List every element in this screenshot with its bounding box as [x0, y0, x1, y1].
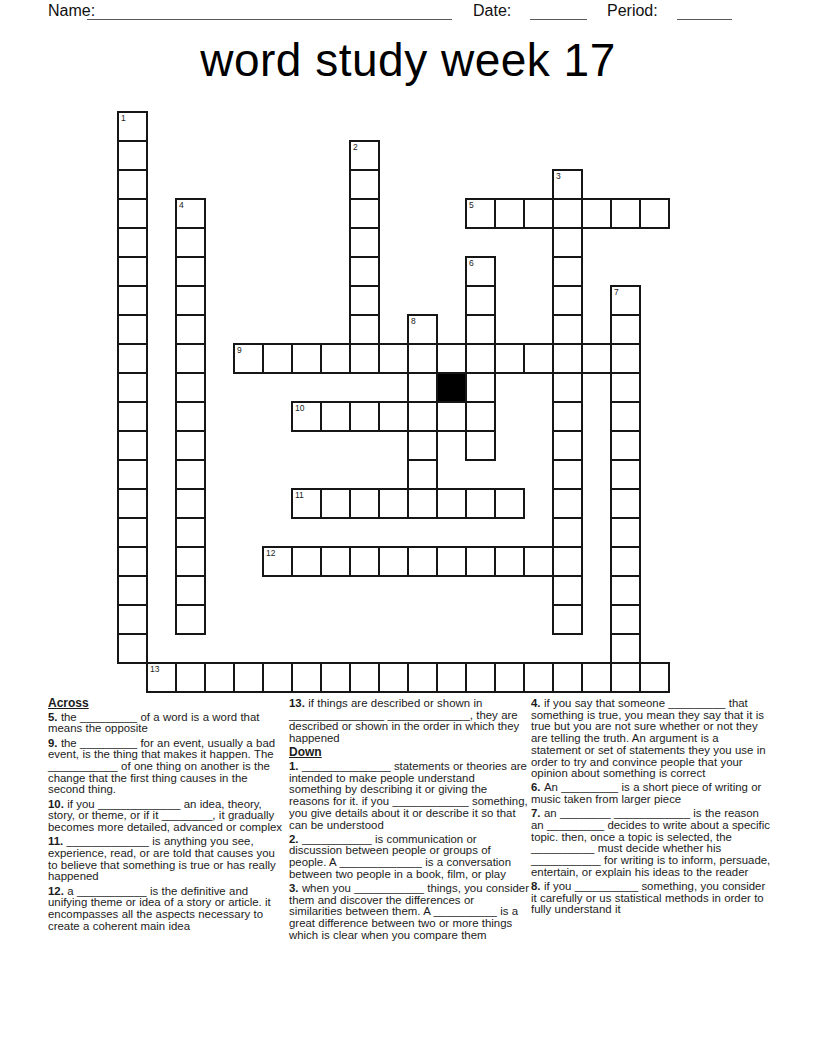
grid-cell[interactable] [407, 459, 438, 490]
grid-cell[interactable] [610, 430, 641, 461]
clue-number: 3 [556, 171, 561, 181]
clue-9-across: 9. the _________ for an event, usually a… [48, 738, 286, 797]
grid-cell[interactable] [262, 343, 293, 374]
grid-cell[interactable] [639, 662, 670, 693]
grid-cell[interactable] [436, 401, 467, 432]
grid-cell[interactable] [291, 343, 322, 374]
grid-cell[interactable] [175, 285, 206, 316]
grid-cell[interactable] [349, 256, 380, 287]
grid-cell[interactable] [523, 662, 554, 693]
grid-cell[interactable] [117, 198, 148, 229]
grid-cell[interactable] [378, 343, 409, 374]
clue-5-across: 5. the _________ of a word is a word tha… [48, 712, 286, 735]
grid-cell[interactable] [117, 140, 148, 171]
grid-cell-black [436, 372, 467, 403]
clue-number: 10 [295, 403, 304, 413]
grid-cell[interactable] [117, 488, 148, 519]
grid-cell[interactable] [204, 662, 235, 693]
grid-cell[interactable] [175, 343, 206, 374]
grid-cell[interactable]: 11 [291, 488, 322, 519]
grid-cell[interactable] [552, 401, 583, 432]
clue-number-label: 12. [48, 885, 67, 897]
clue-number: 11 [295, 490, 304, 500]
grid-cell[interactable] [349, 488, 380, 519]
grid-cell[interactable] [349, 546, 380, 577]
grid-cell[interactable]: 5 [465, 198, 496, 229]
clue-12-across: 12. a ___________ is the definitive and … [48, 886, 286, 933]
clue-number: 2 [353, 142, 358, 152]
grid-cell[interactable] [552, 517, 583, 548]
grid-cell[interactable] [175, 546, 206, 577]
clue-11-across: 11. _____________ is anything you see, e… [48, 836, 286, 883]
crossword-grid: 12345678910111213 [117, 111, 670, 693]
grid-cell[interactable] [552, 546, 583, 577]
grid-cell[interactable] [407, 662, 438, 693]
grid-cell[interactable] [494, 488, 525, 519]
grid-cell[interactable] [523, 546, 554, 577]
grid-cell[interactable] [465, 401, 496, 432]
grid-cell[interactable] [117, 314, 148, 345]
grid-cell[interactable] [494, 546, 525, 577]
grid-cell[interactable] [175, 256, 206, 287]
grid-cell[interactable] [581, 343, 612, 374]
grid-cell[interactable] [175, 517, 206, 548]
grid-cell[interactable] [117, 604, 148, 635]
grid-cell[interactable] [378, 662, 409, 693]
grid-cell[interactable] [436, 546, 467, 577]
across-heading: Across [48, 698, 286, 710]
grid-cell[interactable] [175, 314, 206, 345]
grid-cell[interactable] [117, 169, 148, 200]
grid-cell[interactable] [552, 430, 583, 461]
grid-cell[interactable] [349, 314, 380, 345]
grid-cell[interactable] [320, 662, 351, 693]
grid-cell[interactable] [349, 227, 380, 258]
grid-cell[interactable]: 8 [407, 314, 438, 345]
grid-cell[interactable] [320, 343, 351, 374]
clue-number-label: 9. [48, 737, 61, 749]
grid-cell[interactable]: 7 [610, 285, 641, 316]
grid-cell[interactable] [552, 198, 583, 229]
grid-cell[interactable] [552, 372, 583, 403]
clue-number-label: 8. [531, 880, 544, 892]
clue-number-label: 4. [531, 697, 544, 709]
grid-cell[interactable] [610, 633, 641, 664]
grid-cell[interactable] [552, 343, 583, 374]
grid-cell[interactable] [552, 488, 583, 519]
grid-cell[interactable] [262, 662, 293, 693]
clue-number: 8 [411, 316, 416, 326]
clue-number-label: 2. [289, 833, 302, 845]
clue-number-label: 11. [48, 835, 67, 847]
clue-number: 1 [121, 113, 126, 123]
clues-column-1: Across5. the _________ of a word is a wo… [48, 698, 286, 935]
period-blank-line [677, 2, 732, 20]
grid-cell[interactable] [349, 343, 380, 374]
grid-cell[interactable] [117, 633, 148, 664]
grid-cell[interactable] [378, 401, 409, 432]
grid-cell[interactable]: 3 [552, 169, 583, 200]
grid-cell[interactable] [117, 459, 148, 490]
grid-cell[interactable]: 1 [117, 111, 148, 142]
grid-cell[interactable] [552, 285, 583, 316]
grid-cell[interactable] [378, 488, 409, 519]
clue-number-label: 10. [48, 798, 67, 810]
grid-cell[interactable] [610, 604, 641, 635]
grid-cell[interactable] [465, 488, 496, 519]
grid-cell[interactable] [175, 488, 206, 519]
clues-column-3: 4. if you say that someone _________ tha… [531, 698, 771, 919]
grid-cell[interactable] [407, 430, 438, 461]
clue-13-across: 13. if things are described or shown in … [289, 698, 529, 745]
grid-cell[interactable] [465, 285, 496, 316]
grid-cell[interactable] [552, 256, 583, 287]
grid-cell[interactable] [320, 546, 351, 577]
grid-cell[interactable] [291, 662, 322, 693]
grid-cell[interactable] [233, 662, 264, 693]
grid-cell[interactable] [610, 546, 641, 577]
clue-number: 7 [614, 287, 619, 297]
grid-cell[interactable] [175, 227, 206, 258]
clue-number-label: 13. [289, 697, 308, 709]
grid-cell[interactable] [465, 662, 496, 693]
grid-cell[interactable] [610, 459, 641, 490]
grid-cell[interactable] [291, 546, 322, 577]
clue-6-down: 6. An _________ is a short piece of writ… [531, 782, 771, 805]
grid-cell[interactable] [610, 343, 641, 374]
grid-cell[interactable] [175, 662, 206, 693]
grid-cell[interactable] [494, 343, 525, 374]
grid-cell[interactable] [581, 198, 612, 229]
clue-number-label: 1. [289, 760, 302, 772]
grid-cell[interactable] [610, 575, 641, 606]
worksheet-title: word study week 17 [0, 33, 816, 87]
period-label: Period: [607, 2, 658, 20]
name-blank-line [87, 2, 452, 20]
grid-cell[interactable] [175, 430, 206, 461]
clue-1-down: 1. ______________ statements or theories… [289, 761, 529, 831]
grid-cell[interactable] [117, 343, 148, 374]
grid-cell[interactable] [117, 285, 148, 316]
grid-cell[interactable]: 12 [262, 546, 293, 577]
grid-cell[interactable] [465, 343, 496, 374]
clue-number: 4 [179, 200, 184, 210]
grid-cell[interactable] [436, 662, 467, 693]
clue-number: 9 [237, 345, 242, 355]
grid-cell[interactable] [117, 517, 148, 548]
grid-cell[interactable] [407, 372, 438, 403]
clue-number: 6 [469, 258, 474, 268]
grid-cell[interactable] [552, 459, 583, 490]
clue-2-down: 2. ___________ is communication or discu… [289, 834, 529, 881]
grid-cell[interactable]: 9 [233, 343, 264, 374]
grid-cell[interactable] [465, 430, 496, 461]
grid-cell[interactable] [465, 372, 496, 403]
grid-cell[interactable] [349, 401, 380, 432]
clue-7-down: 7. an ________ ____________ is the reaso… [531, 808, 771, 878]
grid-cell[interactable] [610, 488, 641, 519]
grid-cell[interactable] [610, 401, 641, 432]
grid-cell[interactable] [610, 198, 641, 229]
grid-cell[interactable] [320, 401, 351, 432]
grid-cell[interactable] [436, 343, 467, 374]
grid-cell[interactable] [349, 169, 380, 200]
clue-number-label: 7. [531, 807, 544, 819]
grid-cell[interactable] [436, 488, 467, 519]
grid-cell[interactable] [117, 227, 148, 258]
grid-cell[interactable] [175, 372, 206, 403]
grid-cell[interactable] [349, 285, 380, 316]
clue-number-label: 6. [531, 781, 544, 793]
clue-8-down: 8. if you __________ something, you cons… [531, 881, 771, 916]
grid-cell[interactable] [378, 546, 409, 577]
grid-cell[interactable] [117, 575, 148, 606]
grid-cell[interactable] [407, 343, 438, 374]
grid-cell[interactable] [581, 662, 612, 693]
down-heading: Down [289, 747, 529, 759]
grid-cell[interactable] [320, 488, 351, 519]
clue-number: 5 [469, 200, 474, 210]
grid-cell[interactable] [407, 546, 438, 577]
grid-cell[interactable] [175, 575, 206, 606]
date-blank-line [530, 2, 587, 20]
clues-column-2: 13. if things are described or shown in … [289, 698, 529, 944]
grid-cell[interactable] [610, 372, 641, 403]
grid-cell[interactable] [552, 575, 583, 606]
grid-cell[interactable] [117, 401, 148, 432]
grid-cell[interactable] [117, 546, 148, 577]
grid-cell[interactable]: 13 [146, 662, 177, 693]
grid-cell[interactable] [639, 198, 670, 229]
grid-cell[interactable] [523, 343, 554, 374]
clue-10-across: 10. if you _____________ an idea, theory… [48, 799, 286, 834]
grid-cell[interactable] [610, 517, 641, 548]
clue-number-label: 3. [289, 882, 302, 894]
grid-cell[interactable] [175, 459, 206, 490]
grid-cell[interactable] [552, 314, 583, 345]
grid-cell[interactable] [117, 430, 148, 461]
grid-cell[interactable] [552, 662, 583, 693]
grid-cell[interactable] [610, 314, 641, 345]
grid-cell[interactable] [552, 227, 583, 258]
grid-cell[interactable] [117, 256, 148, 287]
grid-cell[interactable] [494, 198, 525, 229]
grid-cell[interactable]: 4 [175, 198, 206, 229]
grid-cell[interactable]: 10 [291, 401, 322, 432]
grid-cell[interactable] [523, 198, 554, 229]
grid-cell[interactable] [610, 662, 641, 693]
grid-cell[interactable] [465, 546, 496, 577]
grid-cell[interactable] [407, 401, 438, 432]
clue-number: 13 [150, 664, 159, 674]
grid-cell[interactable] [407, 488, 438, 519]
date-label: Date: [473, 2, 511, 20]
grid-cell[interactable]: 6 [465, 256, 496, 287]
clue-number-label: 5. [48, 711, 61, 723]
grid-cell[interactable] [117, 372, 148, 403]
grid-cell[interactable] [175, 604, 206, 635]
grid-cell[interactable] [465, 314, 496, 345]
grid-cell[interactable]: 2 [349, 140, 380, 171]
clue-4-down: 4. if you say that someone _________ tha… [531, 698, 771, 780]
grid-cell[interactable] [175, 401, 206, 432]
clue-number: 12 [266, 548, 275, 558]
grid-cell[interactable] [552, 604, 583, 635]
grid-cell[interactable] [494, 662, 525, 693]
clue-3-down: 3. when you ___________ things, you cons… [289, 883, 529, 942]
grid-cell[interactable] [349, 198, 380, 229]
grid-cell[interactable] [349, 662, 380, 693]
